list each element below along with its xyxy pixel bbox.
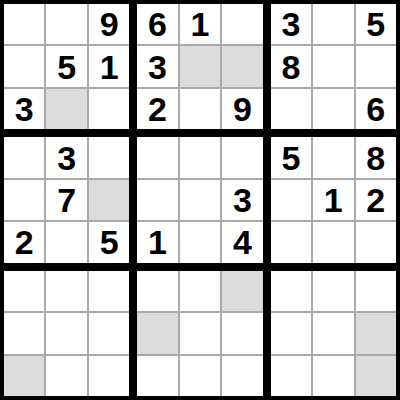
- cell-r7c6[interactable]: [222, 271, 262, 311]
- cell-r7c7[interactable]: [271, 271, 311, 311]
- cell-r2c6[interactable]: [222, 46, 262, 86]
- cell-r8c1[interactable]: [4, 313, 44, 353]
- cell-r3c6[interactable]: 9: [222, 89, 262, 129]
- cell-r4c8[interactable]: [313, 137, 353, 177]
- thick-line-vertical-right: [263, 4, 271, 396]
- cell-r4c1[interactable]: [4, 137, 44, 177]
- cell-r7c4[interactable]: [137, 271, 177, 311]
- cell-r8c5[interactable]: [180, 313, 220, 353]
- cell-r1c9[interactable]: 5: [356, 4, 396, 44]
- cell-r3c5[interactable]: [180, 89, 220, 129]
- cell-r7c1[interactable]: [4, 271, 44, 311]
- cell-r5c4[interactable]: [137, 180, 177, 220]
- sudoku-board: 961355138329635873122514: [0, 0, 400, 400]
- cell-r9c4[interactable]: [137, 356, 177, 396]
- cell-r1c5[interactable]: 1: [180, 4, 220, 44]
- cell-r8c2[interactable]: [46, 313, 86, 353]
- cell-r9c6[interactable]: [222, 356, 262, 396]
- cell-r6c1[interactable]: 2: [4, 222, 44, 262]
- cell-r3c7[interactable]: [271, 89, 311, 129]
- cell-r1c7[interactable]: 3: [271, 4, 311, 44]
- cell-r6c3[interactable]: 5: [89, 222, 129, 262]
- cell-r2c1[interactable]: [4, 46, 44, 86]
- cell-r8c9[interactable]: [356, 313, 396, 353]
- cell-r2c2[interactable]: 5: [46, 46, 86, 86]
- cell-r3c2[interactable]: [46, 89, 86, 129]
- cell-r8c8[interactable]: [313, 313, 353, 353]
- cell-r1c3[interactable]: 9: [89, 4, 129, 44]
- cell-r2c3[interactable]: 1: [89, 46, 129, 86]
- cell-r7c3[interactable]: [89, 271, 129, 311]
- cell-r3c3[interactable]: [89, 89, 129, 129]
- cell-r9c1[interactable]: [4, 356, 44, 396]
- cell-r3c9[interactable]: 6: [356, 89, 396, 129]
- cell-r6c9[interactable]: [356, 222, 396, 262]
- cell-r6c8[interactable]: [313, 222, 353, 262]
- cell-r2c4[interactable]: 3: [137, 46, 177, 86]
- cell-r9c8[interactable]: [313, 356, 353, 396]
- thick-line-horizontal-top: [4, 129, 396, 137]
- cell-r2c5[interactable]: [180, 46, 220, 86]
- cell-r7c8[interactable]: [313, 271, 353, 311]
- thick-line-horizontal-bottom: [4, 263, 396, 271]
- cell-r6c6[interactable]: 4: [222, 222, 262, 262]
- cell-r5c2[interactable]: 7: [46, 180, 86, 220]
- cell-r9c3[interactable]: [89, 356, 129, 396]
- cell-r4c4[interactable]: [137, 137, 177, 177]
- cell-r6c2[interactable]: [46, 222, 86, 262]
- cell-r5c9[interactable]: 2: [356, 180, 396, 220]
- cell-r5c7[interactable]: [271, 180, 311, 220]
- cell-r6c7[interactable]: [271, 222, 311, 262]
- cell-r4c7[interactable]: 5: [271, 137, 311, 177]
- cell-r1c4[interactable]: 6: [137, 4, 177, 44]
- cell-r2c9[interactable]: [356, 46, 396, 86]
- cell-r1c2[interactable]: [46, 4, 86, 44]
- cell-r2c8[interactable]: [313, 46, 353, 86]
- cell-r9c7[interactable]: [271, 356, 311, 396]
- cell-r3c8[interactable]: [313, 89, 353, 129]
- cell-r3c1[interactable]: 3: [4, 89, 44, 129]
- cell-r1c1[interactable]: [4, 4, 44, 44]
- cell-r8c4[interactable]: [137, 313, 177, 353]
- cell-r4c3[interactable]: [89, 137, 129, 177]
- cell-r1c8[interactable]: [313, 4, 353, 44]
- cell-r5c3[interactable]: [89, 180, 129, 220]
- cell-r7c2[interactable]: [46, 271, 86, 311]
- cell-r6c4[interactable]: 1: [137, 222, 177, 262]
- cell-r5c8[interactable]: 1: [313, 180, 353, 220]
- cell-r8c3[interactable]: [89, 313, 129, 353]
- cell-r8c6[interactable]: [222, 313, 262, 353]
- cell-r7c5[interactable]: [180, 271, 220, 311]
- cell-r4c2[interactable]: 3: [46, 137, 86, 177]
- cell-r3c4[interactable]: 2: [137, 89, 177, 129]
- cell-r5c6[interactable]: 3: [222, 180, 262, 220]
- cell-r8c7[interactable]: [271, 313, 311, 353]
- cell-r4c9[interactable]: 8: [356, 137, 396, 177]
- cell-r9c9[interactable]: [356, 356, 396, 396]
- cell-r4c6[interactable]: [222, 137, 262, 177]
- cell-r5c5[interactable]: [180, 180, 220, 220]
- cell-r2c7[interactable]: 8: [271, 46, 311, 86]
- cell-r9c2[interactable]: [46, 356, 86, 396]
- cell-r7c9[interactable]: [356, 271, 396, 311]
- cell-r1c6[interactable]: [222, 4, 262, 44]
- cell-r6c5[interactable]: [180, 222, 220, 262]
- cell-r9c5[interactable]: [180, 356, 220, 396]
- thick-line-vertical-left: [129, 4, 137, 396]
- cell-r4c5[interactable]: [180, 137, 220, 177]
- cell-r5c1[interactable]: [4, 180, 44, 220]
